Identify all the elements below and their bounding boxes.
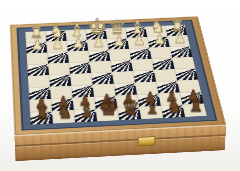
white-pawn: ♟: [72, 36, 84, 50]
case-lid-seam: [15, 135, 226, 148]
brown-knight: ♞: [166, 98, 182, 116]
white-pawn: ♟: [92, 35, 104, 49]
brown-rook: ♜: [188, 98, 203, 115]
white-pawn: ♟: [31, 38, 43, 52]
chess-set-photo: ♜♞♝♚♛♝♞♜♟♟♟♟♟♟♟♟♟♟♟♟♟♟♟♟♜♞♝♚♛♝♞♜: [0, 0, 240, 171]
white-pawn: ♟: [153, 32, 165, 46]
case-front-face: [14, 125, 226, 162]
white-pawn: ♟: [173, 31, 185, 45]
brown-rook: ♜: [34, 105, 49, 122]
brown-queen: ♛: [121, 97, 140, 118]
brown-knight: ♞: [56, 103, 72, 121]
brass-latch-icon: [138, 136, 156, 146]
white-pawn: ♟: [112, 34, 124, 48]
pieces-layer: ♜♞♝♚♛♝♞♜♟♟♟♟♟♟♟♟♟♟♟♟♟♟♟♟♜♞♝♚♛♝♞♜: [25, 25, 207, 125]
perspective-scene: ♜♞♝♚♛♝♞♜♟♟♟♟♟♟♟♟♟♟♟♟♟♟♟♟♜♞♝♚♛♝♞♜: [0, 0, 240, 171]
brown-bishop: ♝: [143, 98, 160, 117]
white-pawn: ♟: [51, 37, 63, 51]
wooden-case: ♜♞♝♚♛♝♞♜♟♟♟♟♟♟♟♟♟♟♟♟♟♟♟♟♜♞♝♚♛♝♞♜: [10, 16, 226, 135]
board-top-face: ♜♞♝♚♛♝♞♜♟♟♟♟♟♟♟♟♟♟♟♟♟♟♟♟♜♞♝♚♛♝♞♜: [10, 16, 226, 135]
white-pawn: ♟: [133, 33, 145, 47]
brown-king: ♚: [98, 96, 119, 119]
brown-bishop: ♝: [77, 101, 94, 120]
